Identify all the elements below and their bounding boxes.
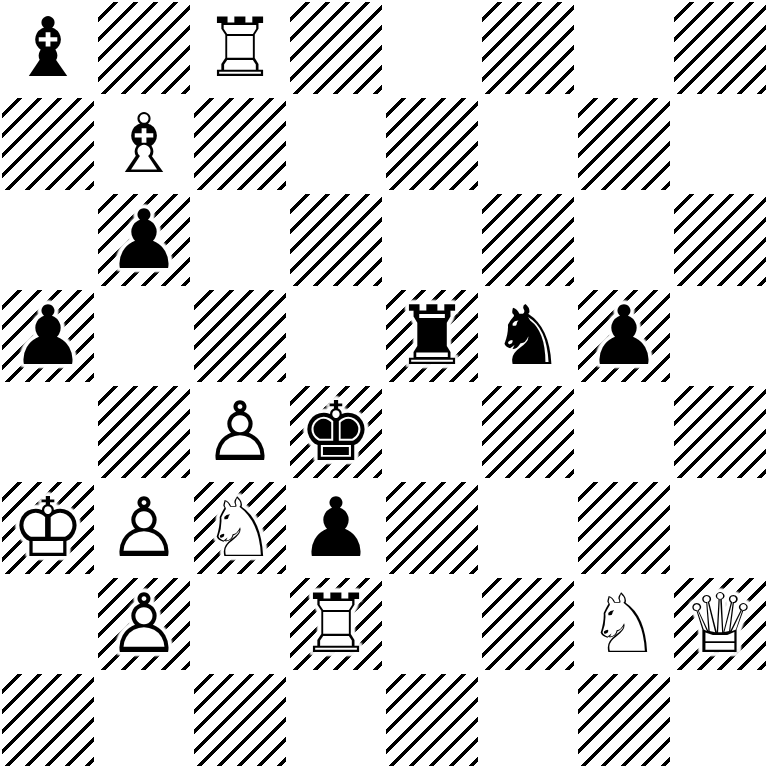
square-c1[interactable] bbox=[192, 672, 288, 768]
square-b8[interactable] bbox=[96, 0, 192, 96]
square-h2[interactable]: ♛♕ bbox=[672, 576, 768, 672]
square-e7[interactable] bbox=[384, 96, 480, 192]
white-queen[interactable]: ♛♕ bbox=[672, 576, 768, 672]
white-king-glyph: ♔ bbox=[0, 480, 96, 576]
square-f8[interactable] bbox=[480, 0, 576, 96]
square-d7[interactable] bbox=[288, 96, 384, 192]
square-g7[interactable] bbox=[576, 96, 672, 192]
white-pawn[interactable]: ♟♙ bbox=[96, 480, 192, 576]
square-c8[interactable]: ♜♖ bbox=[192, 0, 288, 96]
square-e1[interactable] bbox=[384, 672, 480, 768]
square-a2[interactable] bbox=[0, 576, 96, 672]
black-rook[interactable]: ♜♜ bbox=[384, 288, 480, 384]
black-knight[interactable]: ♞♞ bbox=[480, 288, 576, 384]
square-e6[interactable] bbox=[384, 192, 480, 288]
square-h6[interactable] bbox=[672, 192, 768, 288]
square-d5[interactable] bbox=[288, 288, 384, 384]
square-b2[interactable]: ♟♙ bbox=[96, 576, 192, 672]
square-b4[interactable] bbox=[96, 384, 192, 480]
square-h8[interactable] bbox=[672, 0, 768, 96]
black-pawn-glyph: ♟ bbox=[288, 480, 384, 576]
white-pawn[interactable]: ♟♙ bbox=[96, 576, 192, 672]
black-pawn[interactable]: ♟♟ bbox=[288, 480, 384, 576]
square-e8[interactable] bbox=[384, 0, 480, 96]
square-b3[interactable]: ♟♙ bbox=[96, 480, 192, 576]
black-knight-glyph: ♞ bbox=[480, 288, 576, 384]
square-f2[interactable] bbox=[480, 576, 576, 672]
black-bishop-glyph: ♝ bbox=[0, 0, 96, 96]
white-queen-glyph: ♕ bbox=[672, 576, 768, 672]
black-pawn[interactable]: ♟♟ bbox=[96, 192, 192, 288]
square-a4[interactable] bbox=[0, 384, 96, 480]
square-g6[interactable] bbox=[576, 192, 672, 288]
square-g8[interactable] bbox=[576, 0, 672, 96]
black-pawn[interactable]: ♟♟ bbox=[576, 288, 672, 384]
square-e3[interactable] bbox=[384, 480, 480, 576]
black-pawn[interactable]: ♟♟ bbox=[0, 288, 96, 384]
square-a3[interactable]: ♚♔ bbox=[0, 480, 96, 576]
square-a1[interactable] bbox=[0, 672, 96, 768]
white-knight[interactable]: ♞♘ bbox=[576, 576, 672, 672]
square-h4[interactable] bbox=[672, 384, 768, 480]
square-d8[interactable] bbox=[288, 0, 384, 96]
square-a5[interactable]: ♟♟ bbox=[0, 288, 96, 384]
black-pawn-glyph: ♟ bbox=[0, 288, 96, 384]
white-rook[interactable]: ♜♖ bbox=[192, 0, 288, 96]
square-g2[interactable]: ♞♘ bbox=[576, 576, 672, 672]
square-h7[interactable] bbox=[672, 96, 768, 192]
white-knight-glyph: ♘ bbox=[576, 576, 672, 672]
black-king[interactable]: ♚♚ bbox=[288, 384, 384, 480]
white-pawn-glyph: ♙ bbox=[96, 480, 192, 576]
square-g1[interactable] bbox=[576, 672, 672, 768]
square-b7[interactable]: ♝♗ bbox=[96, 96, 192, 192]
square-a6[interactable] bbox=[0, 192, 96, 288]
white-rook[interactable]: ♜♖ bbox=[288, 576, 384, 672]
white-king[interactable]: ♚♔ bbox=[0, 480, 96, 576]
square-e5[interactable]: ♜♜ bbox=[384, 288, 480, 384]
white-rook-glyph: ♖ bbox=[288, 576, 384, 672]
square-h3[interactable] bbox=[672, 480, 768, 576]
square-h5[interactable] bbox=[672, 288, 768, 384]
black-pawn-glyph: ♟ bbox=[576, 288, 672, 384]
white-knight[interactable]: ♞♘ bbox=[192, 480, 288, 576]
square-g5[interactable]: ♟♟ bbox=[576, 288, 672, 384]
chess-board: ♝♝♜♖♝♗♟♟♟♟♜♜♞♞♟♟♟♙♚♚♚♔♟♙♞♘♟♟♟♙♜♖♞♘♛♕ bbox=[0, 0, 768, 768]
square-f3[interactable] bbox=[480, 480, 576, 576]
white-pawn-glyph: ♙ bbox=[96, 576, 192, 672]
square-c7[interactable] bbox=[192, 96, 288, 192]
square-d2[interactable]: ♜♖ bbox=[288, 576, 384, 672]
square-a7[interactable] bbox=[0, 96, 96, 192]
black-bishop[interactable]: ♝♝ bbox=[0, 0, 96, 96]
square-c5[interactable] bbox=[192, 288, 288, 384]
square-f7[interactable] bbox=[480, 96, 576, 192]
square-d3[interactable]: ♟♟ bbox=[288, 480, 384, 576]
white-pawn[interactable]: ♟♙ bbox=[192, 384, 288, 480]
square-f6[interactable] bbox=[480, 192, 576, 288]
white-bishop-glyph: ♗ bbox=[96, 96, 192, 192]
chess-diagram: ♝♝♜♖♝♗♟♟♟♟♜♜♞♞♟♟♟♙♚♚♚♔♟♙♞♘♟♟♟♙♜♖♞♘♛♕ bbox=[0, 0, 768, 768]
white-pawn-glyph: ♙ bbox=[192, 384, 288, 480]
square-c3[interactable]: ♞♘ bbox=[192, 480, 288, 576]
square-c6[interactable] bbox=[192, 192, 288, 288]
square-a8[interactable]: ♝♝ bbox=[0, 0, 96, 96]
square-g4[interactable] bbox=[576, 384, 672, 480]
white-knight-glyph: ♘ bbox=[192, 480, 288, 576]
square-d1[interactable] bbox=[288, 672, 384, 768]
square-g3[interactable] bbox=[576, 480, 672, 576]
square-f1[interactable] bbox=[480, 672, 576, 768]
square-b6[interactable]: ♟♟ bbox=[96, 192, 192, 288]
square-b5[interactable] bbox=[96, 288, 192, 384]
square-d4[interactable]: ♚♚ bbox=[288, 384, 384, 480]
black-king-glyph: ♚ bbox=[288, 384, 384, 480]
square-b1[interactable] bbox=[96, 672, 192, 768]
square-f5[interactable]: ♞♞ bbox=[480, 288, 576, 384]
white-bishop[interactable]: ♝♗ bbox=[96, 96, 192, 192]
square-c4[interactable]: ♟♙ bbox=[192, 384, 288, 480]
square-c2[interactable] bbox=[192, 576, 288, 672]
square-h1[interactable] bbox=[672, 672, 768, 768]
white-rook-glyph: ♖ bbox=[192, 0, 288, 96]
black-rook-glyph: ♜ bbox=[384, 288, 480, 384]
square-d6[interactable] bbox=[288, 192, 384, 288]
square-f4[interactable] bbox=[480, 384, 576, 480]
black-pawn-glyph: ♟ bbox=[96, 192, 192, 288]
square-e2[interactable] bbox=[384, 576, 480, 672]
square-e4[interactable] bbox=[384, 384, 480, 480]
